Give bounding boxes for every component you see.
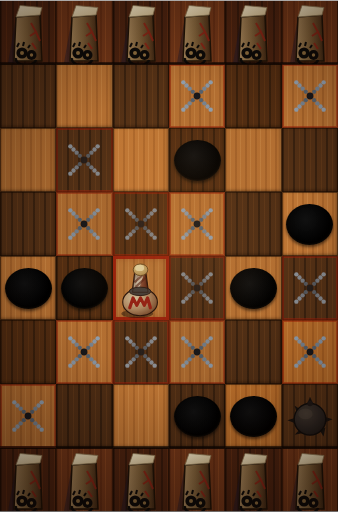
square-r5c5[interactable] [225, 320, 281, 384]
square-r3c2[interactable] [56, 192, 112, 256]
black-disc-piece[interactable] [61, 268, 108, 309]
move-mark-icon[interactable] [118, 331, 164, 373]
square-r4c6[interactable] [282, 256, 338, 320]
top-tray-slot-4 [169, 0, 225, 64]
totem-piece [175, 3, 219, 64]
move-mark-icon[interactable] [287, 267, 333, 309]
square-r1c2[interactable] [56, 64, 112, 128]
totem-piece [231, 451, 275, 512]
square-r1c5[interactable] [225, 64, 281, 128]
bottom-tray-slot-1 [0, 448, 56, 512]
totem-piece [175, 451, 219, 512]
square-r4c2[interactable] [56, 256, 112, 320]
square-r1c4[interactable] [169, 64, 225, 128]
black-disc-piece[interactable] [5, 268, 52, 309]
square-r6c2[interactable] [56, 384, 112, 448]
black-disc-piece[interactable] [174, 140, 221, 181]
totem-piece [288, 451, 332, 512]
square-r6c6[interactable] [282, 384, 338, 448]
top-tray-slot-3 [113, 0, 169, 64]
bottom-tray-slot-6 [282, 448, 338, 512]
move-mark-icon[interactable] [118, 203, 164, 245]
black-disc-piece[interactable] [174, 396, 221, 437]
square-r5c1[interactable] [0, 320, 56, 384]
square-r5c4[interactable] [169, 320, 225, 384]
top-tray-slot-5 [225, 0, 281, 64]
square-r1c3[interactable] [113, 64, 169, 128]
move-mark-icon[interactable] [61, 331, 107, 373]
top-tray-slot-6 [282, 0, 338, 64]
square-r6c3[interactable] [113, 384, 169, 448]
square-r2c3[interactable] [113, 128, 169, 192]
chief-totem-piece[interactable] [119, 259, 163, 319]
totem-piece [6, 451, 50, 512]
square-r4c3[interactable] [113, 256, 169, 320]
square-r4c4[interactable] [169, 256, 225, 320]
move-mark-icon[interactable] [174, 331, 220, 373]
top-tray-slot-2 [56, 0, 112, 64]
move-mark-icon[interactable] [61, 203, 107, 245]
square-r1c1[interactable] [0, 64, 56, 128]
square-r6c5[interactable] [225, 384, 281, 448]
move-mark-icon[interactable] [174, 75, 220, 117]
square-r4c1[interactable] [0, 256, 56, 320]
square-r2c5[interactable] [225, 128, 281, 192]
move-mark-icon[interactable] [61, 139, 107, 181]
game-screen [0, 0, 338, 512]
square-r1c6[interactable] [282, 64, 338, 128]
black-disc-piece[interactable] [286, 204, 333, 245]
square-r3c1[interactable] [0, 192, 56, 256]
black-disc-piece[interactable] [230, 396, 277, 437]
square-r6c4[interactable] [169, 384, 225, 448]
move-mark-icon[interactable] [174, 267, 220, 309]
square-r2c6[interactable] [282, 128, 338, 192]
spiked-disc-piece[interactable] [285, 394, 335, 441]
square-r5c3[interactable] [113, 320, 169, 384]
square-r3c4[interactable] [169, 192, 225, 256]
bottom-tray [0, 448, 338, 512]
totem-piece [288, 3, 332, 64]
bottom-tray-slot-3 [113, 448, 169, 512]
totem-piece [231, 3, 275, 64]
square-r6c1[interactable] [0, 384, 56, 448]
square-r4c5[interactable] [225, 256, 281, 320]
totem-piece [62, 451, 106, 512]
square-r3c6[interactable] [282, 192, 338, 256]
totem-piece [119, 3, 163, 64]
bottom-tray-slot-4 [169, 448, 225, 512]
black-disc-piece[interactable] [230, 268, 277, 309]
move-mark-icon[interactable] [287, 75, 333, 117]
totem-piece [119, 451, 163, 512]
square-r3c5[interactable] [225, 192, 281, 256]
square-r5c6[interactable] [282, 320, 338, 384]
totem-piece [62, 3, 106, 64]
square-r5c2[interactable] [56, 320, 112, 384]
move-mark-icon[interactable] [287, 331, 333, 373]
bottom-tray-slot-5 [225, 448, 281, 512]
square-r2c4[interactable] [169, 128, 225, 192]
top-tray [0, 0, 338, 64]
square-r2c1[interactable] [0, 128, 56, 192]
move-mark-icon[interactable] [5, 395, 51, 437]
bottom-tray-slot-2 [56, 448, 112, 512]
totem-piece [6, 3, 50, 64]
board [0, 64, 338, 448]
square-r3c3[interactable] [113, 192, 169, 256]
move-mark-icon[interactable] [174, 203, 220, 245]
top-tray-slot-1 [0, 0, 56, 64]
square-r2c2[interactable] [56, 128, 112, 192]
